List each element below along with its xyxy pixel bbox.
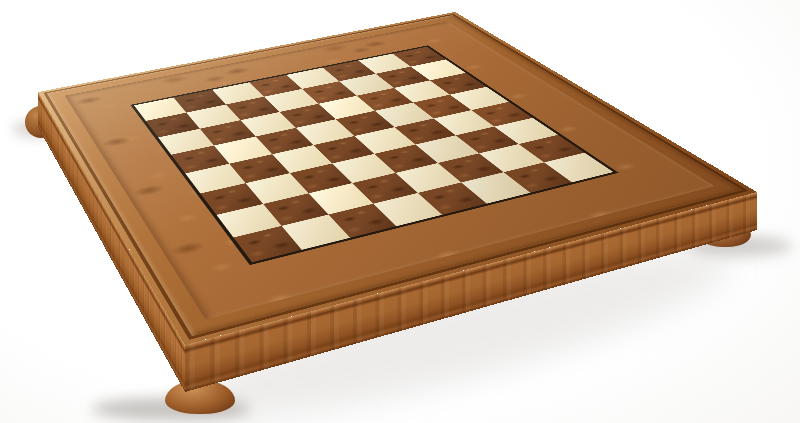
photo-stage <box>0 0 800 423</box>
